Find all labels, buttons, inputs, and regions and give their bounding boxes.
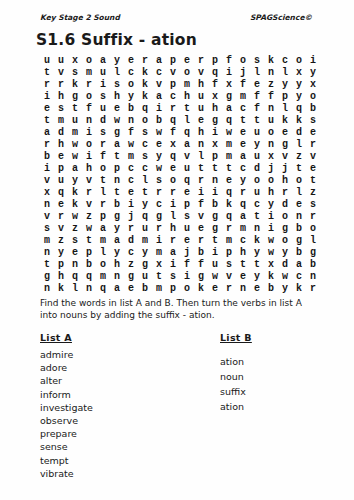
grid-cell: i <box>82 151 96 163</box>
grid-cell: o <box>82 139 96 151</box>
grid-cell: k <box>292 283 306 295</box>
grid-cell: y <box>250 139 264 151</box>
grid-cell: m <box>222 151 236 163</box>
grid-cell: c <box>124 163 138 175</box>
grid-cell: z <box>264 79 278 91</box>
grid-cell: p <box>54 163 68 175</box>
grid-cell: e <box>166 163 180 175</box>
grid-cell: p <box>166 55 180 67</box>
grid-cell: r <box>138 55 152 67</box>
grid-cell: y <box>292 79 306 91</box>
grid-cell: y <box>236 175 250 187</box>
grid-cell: w <box>152 163 166 175</box>
grid-cell: i <box>152 103 166 115</box>
grid-cell: d <box>278 199 292 211</box>
grid-cell: e <box>152 139 166 151</box>
grid-cell: d <box>124 235 138 247</box>
grid-cell: t <box>250 115 264 127</box>
grid-cell: k <box>138 67 152 79</box>
grid-cell: e <box>54 151 68 163</box>
grid-cell: f <box>194 199 208 211</box>
grid-cell: o <box>82 91 96 103</box>
grid-cell: y <box>306 67 320 79</box>
grid-cell: v <box>40 175 54 187</box>
grid-cell: q <box>222 187 236 199</box>
grid-cell: e <box>208 283 222 295</box>
grid-cell: e <box>180 55 194 67</box>
grid-cell: t <box>68 103 82 115</box>
grid-cell: g <box>208 223 222 235</box>
grid-cell: y <box>152 151 166 163</box>
grid-cell: f <box>194 259 208 271</box>
grid-cell: x <box>208 91 222 103</box>
grid-cell: b <box>306 103 320 115</box>
grid-cell: r <box>152 187 166 199</box>
grid-cell: m <box>96 235 110 247</box>
grid-cell: c <box>278 55 292 67</box>
grid-cell: k <box>138 79 152 91</box>
grid-cell: b <box>264 283 278 295</box>
grid-cell: r <box>306 211 320 223</box>
grid-cell: f <box>208 79 222 91</box>
grid-cell: s <box>96 91 110 103</box>
grid-cell: i <box>208 187 222 199</box>
grid-cell: a <box>152 55 166 67</box>
grid-cell: y <box>250 247 264 259</box>
grid-cell: c <box>152 67 166 79</box>
grid-cell: v <box>194 211 208 223</box>
grid-cell: m <box>222 235 236 247</box>
grid-cell: f <box>124 127 138 139</box>
grid-cell: s <box>110 79 124 91</box>
grid-cell: u <box>138 223 152 235</box>
grid-cell: t <box>208 163 222 175</box>
grid-cell: d <box>250 163 264 175</box>
list-item: suffix <box>220 384 252 399</box>
grid-cell: j <box>180 247 194 259</box>
grid-cell: n <box>82 115 96 127</box>
grid-cell: o <box>278 235 292 247</box>
grid-cell: q <box>138 211 152 223</box>
grid-cell: x <box>208 139 222 151</box>
grid-cell: e <box>124 187 138 199</box>
grid-cell: e <box>306 127 320 139</box>
list-b-header: List B <box>220 332 252 343</box>
grid-cell: q <box>82 271 96 283</box>
grid-cell: e <box>292 199 306 211</box>
grid-cell: n <box>264 103 278 115</box>
grid-cell: o <box>250 175 264 187</box>
grid-cell: v <box>166 67 180 79</box>
grid-cell: n <box>40 247 54 259</box>
grid-cell: u <box>180 223 194 235</box>
grid-cell: r <box>166 235 180 247</box>
grid-cell: n <box>250 223 264 235</box>
grid-cell: k <box>278 115 292 127</box>
grid-cell: q <box>138 103 152 115</box>
grid-cell: u <box>68 115 82 127</box>
grid-cell: r <box>278 187 292 199</box>
grid-cell: r <box>96 199 110 211</box>
grid-cell: s <box>222 259 236 271</box>
grid-cell: o <box>96 259 110 271</box>
grid-cell: z <box>82 211 96 223</box>
grid-cell: e <box>194 223 208 235</box>
grid-cell: w <box>264 235 278 247</box>
grid-cell: v <box>54 223 68 235</box>
grid-cell: h <box>54 139 68 151</box>
grid-cell: r <box>82 79 96 91</box>
grid-cell: v <box>194 67 208 79</box>
grid-cell: q <box>222 211 236 223</box>
grid-cell: e <box>236 271 250 283</box>
grid-cell: c <box>292 271 306 283</box>
grid-cell: p <box>222 247 236 259</box>
grid-cell: k <box>292 115 306 127</box>
grid-cell: g <box>124 271 138 283</box>
list-item: inform <box>40 388 93 401</box>
grid-cell: t <box>152 271 166 283</box>
grid-cell: e <box>306 163 320 175</box>
grid-cell: a <box>180 139 194 151</box>
grid-cell: i <box>96 79 110 91</box>
grid-cell: a <box>110 139 124 151</box>
grid-cell: m <box>138 235 152 247</box>
list-item: tempt <box>40 454 93 467</box>
grid-cell: y <box>278 247 292 259</box>
grid-cell: f <box>166 127 180 139</box>
grid-cell: h <box>264 187 278 199</box>
grid-cell: k <box>250 235 264 247</box>
grid-cell: j <box>264 163 278 175</box>
grid-cell: z <box>68 223 82 235</box>
grid-cell: i <box>222 67 236 79</box>
grid-cell: w <box>152 127 166 139</box>
grid-cell: o <box>306 91 320 103</box>
grid-cell: i <box>166 199 180 211</box>
grid-cell: q <box>68 271 82 283</box>
grid-cell: u <box>96 67 110 79</box>
grid-cell: p <box>278 91 292 103</box>
grid-cell: y <box>110 223 124 235</box>
grid-cell: l <box>110 67 124 79</box>
grid-cell: e <box>124 283 138 295</box>
list-a-section: List A admireadorealterinforminvestigate… <box>40 332 93 480</box>
grid-cell: r <box>222 223 236 235</box>
grid-cell: v <box>222 271 236 283</box>
grid-cell: s <box>306 115 320 127</box>
grid-cell: b <box>292 247 306 259</box>
grid-cell: k <box>222 199 236 211</box>
grid-cell: t <box>236 115 250 127</box>
grid-cell: e <box>194 115 208 127</box>
grid-cell: g <box>278 223 292 235</box>
grid-cell: c <box>166 91 180 103</box>
grid-cell: e <box>250 283 264 295</box>
grid-cell: g <box>152 211 166 223</box>
grid-cell: i <box>40 91 54 103</box>
grid-cell: l <box>166 211 180 223</box>
grid-cell: o <box>138 115 152 127</box>
grid-cell: w <box>124 139 138 151</box>
grid-cell: i <box>208 127 222 139</box>
grid-cell: u <box>40 55 54 67</box>
grid-cell: n <box>264 67 278 79</box>
grid-cell: x <box>222 79 236 91</box>
grid-cell: n <box>68 259 82 271</box>
grid-cell: b <box>194 247 208 259</box>
list-item: vibrate <box>40 467 93 480</box>
grid-cell: l <box>96 247 110 259</box>
grid-cell: y <box>250 271 264 283</box>
grid-cell: i <box>152 235 166 247</box>
grid-cell: q <box>292 103 306 115</box>
grid-cell: w <box>68 139 82 151</box>
grid-cell: a <box>40 127 54 139</box>
grid-cell: q <box>180 175 194 187</box>
grid-cell: r <box>194 175 208 187</box>
grid-cell: a <box>236 151 250 163</box>
grid-cell: o <box>292 175 306 187</box>
grid-cell: a <box>96 223 110 235</box>
grid-cell: d <box>96 115 110 127</box>
grid-cell: k <box>264 271 278 283</box>
grid-cell: j <box>236 67 250 79</box>
grid-cell: n <box>264 139 278 151</box>
grid-cell: m <box>124 151 138 163</box>
grid-cell: g <box>40 271 54 283</box>
grid-cell: v <box>278 151 292 163</box>
grid-cell: i <box>124 199 138 211</box>
grid-cell: r <box>166 103 180 115</box>
grid-cell: s <box>138 127 152 139</box>
grid-cell: e <box>40 103 54 115</box>
grid-cell: u <box>194 91 208 103</box>
grid-cell: p <box>54 259 68 271</box>
grid-cell: k <box>54 283 68 295</box>
grid-cell: c <box>124 67 138 79</box>
grid-cell: r <box>194 235 208 247</box>
grid-cell: c <box>138 139 152 151</box>
grid-cell: o <box>124 79 138 91</box>
grid-cell: y <box>278 283 292 295</box>
grid-cell: y <box>138 199 152 211</box>
grid-cell: h <box>194 127 208 139</box>
grid-cell: p <box>166 283 180 295</box>
grid-cell: i <box>166 259 180 271</box>
grid-cell: n <box>40 199 54 211</box>
grid-cell: u <box>96 103 110 115</box>
grid-cell: m <box>96 271 110 283</box>
grid-cell: r <box>54 211 68 223</box>
grid-cell: m <box>180 79 194 91</box>
grid-cell: s <box>166 271 180 283</box>
grid-cell: b <box>110 199 124 211</box>
grid-cell: g <box>208 115 222 127</box>
grid-cell: e <box>222 175 236 187</box>
grid-cell: g <box>110 211 124 223</box>
grid-cell: p <box>82 247 96 259</box>
list-item: prepare <box>40 427 93 440</box>
list-a-header: List A <box>40 332 93 343</box>
grid-cell: p <box>208 55 222 67</box>
list-item: admire <box>40 348 93 361</box>
grid-cell: r <box>82 187 96 199</box>
grid-cell: y <box>264 199 278 211</box>
grid-cell: k <box>138 91 152 103</box>
grid-cell: a <box>96 55 110 67</box>
list-item: observe <box>40 414 93 427</box>
grid-cell: x <box>306 79 320 91</box>
grid-cell: h <box>180 91 194 103</box>
grid-cell: q <box>166 151 180 163</box>
grid-cell: q <box>96 283 110 295</box>
grid-cell: o <box>264 175 278 187</box>
grid-cell: r <box>236 187 250 199</box>
grid-cell: m <box>236 91 250 103</box>
grid-cell: x <box>264 151 278 163</box>
grid-cell: w <box>264 247 278 259</box>
grid-cell: n <box>82 283 96 295</box>
worksheet-page: Key Stage 2 Sound SPAGScience© S1.6 Suff… <box>0 0 354 500</box>
grid-cell: n <box>40 283 54 295</box>
grid-cell: g <box>222 91 236 103</box>
grid-cell: v <box>54 67 68 79</box>
grid-cell: x <box>68 55 82 67</box>
grid-cell: n <box>110 175 124 187</box>
grid-cell: b <box>40 151 54 163</box>
grid-cell: u <box>250 187 264 199</box>
grid-cell: r <box>96 139 110 151</box>
grid-cell: u <box>54 55 68 67</box>
list-a-items: admireadorealterinforminvestigateobserve… <box>40 348 93 480</box>
grid-cell: h <box>208 103 222 115</box>
grid-cell: t <box>222 163 236 175</box>
instructions-line-1: Find the words in list A and B. Then tur… <box>40 298 340 310</box>
grid-cell: i <box>208 247 222 259</box>
word-search-grid: uuxoayeraperpfoskcoitvsmulckcvovqijlnlxy… <box>40 55 320 295</box>
grid-cell: w <box>278 271 292 283</box>
grid-cell: u <box>250 127 264 139</box>
grid-cell: v <box>82 199 96 211</box>
grid-cell: f <box>96 151 110 163</box>
grid-cell: m <box>40 235 54 247</box>
grid-cell: j <box>278 163 292 175</box>
grid-cell: g <box>194 271 208 283</box>
grid-cell: l <box>180 115 194 127</box>
grid-cell: t <box>250 211 264 223</box>
grid-cell: u <box>54 175 68 187</box>
list-b-items: ationnounsuffixation <box>220 354 252 414</box>
grid-cell: v <box>152 79 166 91</box>
grid-cell: f <box>264 91 278 103</box>
grid-cell: e <box>236 139 250 151</box>
grid-cell: w <box>208 271 222 283</box>
grid-cell: w <box>110 115 124 127</box>
grid-cell: f <box>250 103 264 115</box>
grid-cell: h <box>278 175 292 187</box>
grid-cell: e <box>180 235 194 247</box>
grid-cell: i <box>306 55 320 67</box>
grid-cell: q <box>222 115 236 127</box>
grid-cell: o <box>236 55 250 67</box>
grid-cell: c <box>124 247 138 259</box>
grid-cell: l <box>306 235 320 247</box>
page-header: Key Stage 2 Sound SPAGScience© <box>40 13 312 22</box>
grid-cell: e <box>68 247 82 259</box>
grid-cell: m <box>68 127 82 139</box>
grid-cell: w <box>222 127 236 139</box>
grid-cell: h <box>54 271 68 283</box>
grid-cell: l <box>96 187 110 199</box>
grid-cell: r <box>152 223 166 235</box>
grid-cell: u <box>250 151 264 163</box>
grid-cell: d <box>292 127 306 139</box>
grid-cell: s <box>180 211 194 223</box>
grid-cell: m <box>222 139 236 151</box>
grid-cell: b <box>82 259 96 271</box>
list-b-section: List B ationnounsuffixation <box>220 332 252 414</box>
grid-cell: w <box>68 211 82 223</box>
grid-cell: w <box>82 223 96 235</box>
grid-cell: s <box>138 151 152 163</box>
grid-cell: k <box>68 199 82 211</box>
grid-cell: s <box>68 235 82 247</box>
grid-cell: f <box>82 103 96 115</box>
grid-cell: o <box>292 55 306 67</box>
grid-cell: k <box>68 79 82 91</box>
grid-cell: p <box>166 79 180 91</box>
page-title: S1.6 Suffix - ation <box>36 31 197 49</box>
grid-cell: s <box>96 127 110 139</box>
grid-cell: h <box>194 79 208 91</box>
grid-cell: r <box>40 139 54 151</box>
grid-cell: t <box>40 67 54 79</box>
grid-cell: o <box>82 55 96 67</box>
grid-cell: n <box>208 175 222 187</box>
grid-cell: u <box>194 103 208 115</box>
grid-cell: c <box>236 103 250 115</box>
grid-cell: u <box>180 163 194 175</box>
grid-cell: r <box>306 283 320 295</box>
grid-cell: g <box>110 127 124 139</box>
grid-cell: o <box>278 211 292 223</box>
grid-cell: e <box>278 127 292 139</box>
grid-cell: j <box>124 211 138 223</box>
grid-cell: f <box>236 79 250 91</box>
grid-cell: v <box>306 151 320 163</box>
grid-cell: k <box>194 283 208 295</box>
grid-cell: l <box>278 103 292 115</box>
instructions-line-2: into nouns by adding the suffix - ation. <box>40 310 340 322</box>
grid-cell: f <box>180 259 194 271</box>
grid-cell: l <box>194 151 208 163</box>
grid-cell: l <box>292 187 306 199</box>
grid-cell: u <box>264 115 278 127</box>
grid-cell: z <box>124 259 138 271</box>
grid-cell: n <box>194 139 208 151</box>
grid-cell: f <box>250 91 264 103</box>
grid-cell: t <box>250 259 264 271</box>
grid-cell: i <box>40 163 54 175</box>
grid-cell: a <box>222 103 236 115</box>
grid-cell: t <box>306 175 320 187</box>
grid-cell: a <box>68 163 82 175</box>
grid-cell: o <box>96 163 110 175</box>
grid-cell: h <box>166 223 180 235</box>
grid-cell: t <box>208 235 222 247</box>
grid-cell: g <box>208 211 222 223</box>
